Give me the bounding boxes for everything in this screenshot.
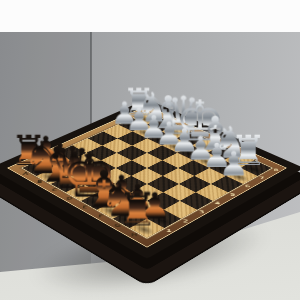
square-h7: ♟ bbox=[226, 168, 258, 184]
rank-label-6: 6 bbox=[242, 184, 253, 188]
square-h1: ♜ bbox=[130, 219, 164, 238]
black-rook-h1: ♜ bbox=[110, 188, 166, 234]
chess-set-photo: ♜♞♝♛♚♝♞♜♟♟♟♟♟♟♟♟♟♟♟♟♟♟♟♟♜♞♝♛♚♝♞♜ ABCDEFG… bbox=[0, 0, 300, 300]
rank-label-5: 5 bbox=[227, 192, 238, 196]
top-white-band bbox=[0, 0, 300, 32]
rank-label-4: 4 bbox=[212, 201, 223, 206]
silver-pawn-h7: ♟ bbox=[208, 147, 259, 181]
rank-label-3: 3 bbox=[196, 210, 207, 215]
